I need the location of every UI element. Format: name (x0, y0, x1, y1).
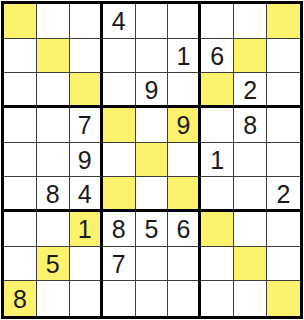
cell-r9c4[interactable] (103, 281, 136, 316)
cell-r8c7[interactable] (201, 247, 234, 282)
cell-r3c5[interactable]: 9 (136, 73, 169, 108)
cell-r5c8[interactable] (234, 143, 267, 178)
cell-r9c7[interactable] (201, 281, 234, 316)
cell-r6c3[interactable]: 4 (70, 177, 103, 212)
cell-r5c7[interactable]: 1 (201, 143, 234, 178)
given-digit: 4 (112, 9, 126, 34)
given-digit: 2 (277, 182, 291, 207)
cell-r9c2[interactable] (37, 281, 70, 316)
cell-r7c3[interactable]: 1 (70, 212, 103, 247)
cell-r9c9[interactable] (267, 281, 300, 316)
given-digit: 1 (210, 148, 224, 173)
cell-r2c3[interactable] (70, 39, 103, 74)
cell-r1c5[interactable] (136, 4, 169, 39)
given-digit: 6 (210, 44, 224, 69)
cell-r9c3[interactable] (70, 281, 103, 316)
cell-r7c9[interactable] (267, 212, 300, 247)
cell-r6c9[interactable]: 2 (267, 177, 300, 212)
given-digit: 9 (78, 148, 92, 173)
cell-r6c7[interactable] (201, 177, 234, 212)
cell-r6c1[interactable] (4, 177, 37, 212)
cell-r6c8[interactable] (234, 177, 267, 212)
cell-r7c2[interactable] (37, 212, 70, 247)
given-digit: 4 (78, 182, 92, 207)
cell-r1c6[interactable] (168, 4, 201, 39)
cell-r4c1[interactable] (4, 108, 37, 143)
cell-r4c7[interactable] (201, 108, 234, 143)
cell-r4c2[interactable] (37, 108, 70, 143)
cell-r3c2[interactable] (37, 73, 70, 108)
cell-r4c9[interactable] (267, 108, 300, 143)
cell-r6c5[interactable] (136, 177, 169, 212)
cell-r2c7[interactable]: 6 (201, 39, 234, 74)
given-digit: 1 (176, 44, 190, 69)
cell-r2c2[interactable] (37, 39, 70, 74)
cell-r4c4[interactable] (103, 108, 136, 143)
cell-r4c6[interactable]: 9 (168, 108, 201, 143)
given-digit: 7 (78, 113, 92, 138)
cell-r7c1[interactable] (4, 212, 37, 247)
cell-r9c1[interactable]: 8 (4, 281, 37, 316)
cell-r6c2[interactable]: 8 (37, 177, 70, 212)
sudoku-board: 41692798918421856578 (1, 1, 303, 319)
given-digit: 2 (243, 78, 257, 103)
given-digit: 7 (112, 252, 126, 277)
cell-r7c4[interactable]: 8 (103, 212, 136, 247)
given-digit: 9 (176, 113, 190, 138)
cell-r1c3[interactable] (70, 4, 103, 39)
cell-r2c5[interactable] (136, 39, 169, 74)
cell-r8c5[interactable] (136, 247, 169, 282)
cell-r9c5[interactable] (136, 281, 169, 316)
cell-r9c8[interactable] (234, 281, 267, 316)
given-digit: 5 (145, 217, 159, 242)
cell-r2c6[interactable]: 1 (168, 39, 201, 74)
cell-r7c8[interactable] (234, 212, 267, 247)
given-digit: 9 (145, 78, 159, 103)
given-digit: 8 (46, 182, 60, 207)
cell-r3c3[interactable] (70, 73, 103, 108)
cell-r4c3[interactable]: 7 (70, 108, 103, 143)
cell-r1c1[interactable] (4, 4, 37, 39)
cell-r7c5[interactable]: 5 (136, 212, 169, 247)
given-digit: 8 (112, 217, 126, 242)
cell-r3c4[interactable] (103, 73, 136, 108)
cell-r8c3[interactable] (70, 247, 103, 282)
cell-r8c2[interactable]: 5 (37, 247, 70, 282)
cell-r8c6[interactable] (168, 247, 201, 282)
cell-r3c8[interactable]: 2 (234, 73, 267, 108)
given-digit: 6 (176, 217, 190, 242)
cell-r3c9[interactable] (267, 73, 300, 108)
cell-r1c8[interactable] (234, 4, 267, 39)
cell-r6c6[interactable] (168, 177, 201, 212)
cell-r5c4[interactable] (103, 143, 136, 178)
cell-r5c1[interactable] (4, 143, 37, 178)
cell-r2c9[interactable] (267, 39, 300, 74)
given-digit: 1 (78, 217, 92, 242)
cell-r5c6[interactable] (168, 143, 201, 178)
cell-r3c7[interactable] (201, 73, 234, 108)
cell-r7c7[interactable] (201, 212, 234, 247)
cell-r3c6[interactable] (168, 73, 201, 108)
cell-r3c1[interactable] (4, 73, 37, 108)
cell-r1c9[interactable] (267, 4, 300, 39)
cell-r4c8[interactable]: 8 (234, 108, 267, 143)
cell-r1c2[interactable] (37, 4, 70, 39)
given-digit: 8 (13, 287, 27, 312)
cell-r5c5[interactable] (136, 143, 169, 178)
cell-r8c9[interactable] (267, 247, 300, 282)
cell-r8c1[interactable] (4, 247, 37, 282)
cell-r5c2[interactable] (37, 143, 70, 178)
cell-r5c3[interactable]: 9 (70, 143, 103, 178)
given-digit: 5 (46, 252, 60, 277)
cell-r4c5[interactable] (136, 108, 169, 143)
cell-r5c9[interactable] (267, 143, 300, 178)
cell-r9c6[interactable] (168, 281, 201, 316)
cell-r8c4[interactable]: 7 (103, 247, 136, 282)
cell-r2c4[interactable] (103, 39, 136, 74)
cell-r1c7[interactable] (201, 4, 234, 39)
cell-r1c4[interactable]: 4 (103, 4, 136, 39)
given-digit: 8 (243, 113, 257, 138)
cell-r2c1[interactable] (4, 39, 37, 74)
cell-r8c8[interactable] (234, 247, 267, 282)
cell-r6c4[interactable] (103, 177, 136, 212)
cell-r2c8[interactable] (234, 39, 267, 74)
cell-r7c6[interactable]: 6 (168, 212, 201, 247)
